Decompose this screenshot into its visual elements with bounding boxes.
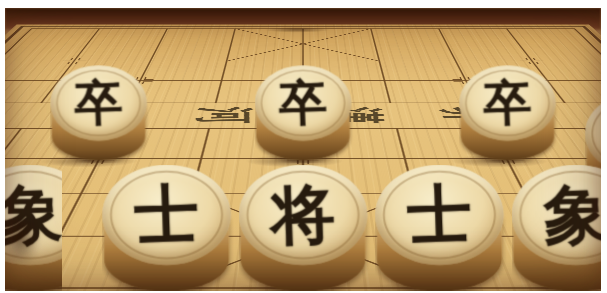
piece-glyph: 卒 xyxy=(458,64,557,143)
piece-glyph: 士 xyxy=(101,162,233,267)
piece-glyph: 砲 xyxy=(5,91,22,177)
piece-black-advisor-d[interactable]: 士 xyxy=(88,261,239,291)
pieces-grid: 帥卒卒卒砲砲象士将士象 xyxy=(5,22,601,291)
piece-glyph: 卒 xyxy=(49,64,148,143)
piece-black-advisor-f[interactable]: 士 xyxy=(367,261,518,291)
piece-black-general[interactable]: 将 xyxy=(231,261,375,291)
xiangqi-photo: 楚河漢界 帥卒卒卒砲砲象士将士象 xyxy=(0,0,607,293)
piece-red-general[interactable]: 帥 xyxy=(268,22,338,36)
piece-glyph: 卒 xyxy=(254,64,353,143)
piece-glyph: 士 xyxy=(373,162,505,267)
photo-area: 楚河漢界 帥卒卒卒砲砲象士将士象 xyxy=(5,8,601,291)
piece-glyph: 将 xyxy=(237,162,369,267)
xiangqi-board[interactable]: 楚河漢界 帥卒卒卒砲砲象士将士象 xyxy=(5,25,601,291)
piece-glyph: 象 xyxy=(5,162,96,267)
piece-black-elephant-g[interactable]: 象 xyxy=(496,261,601,291)
piece-black-elephant-c[interactable]: 象 xyxy=(5,261,110,291)
piece-glyph: 象 xyxy=(510,162,601,267)
